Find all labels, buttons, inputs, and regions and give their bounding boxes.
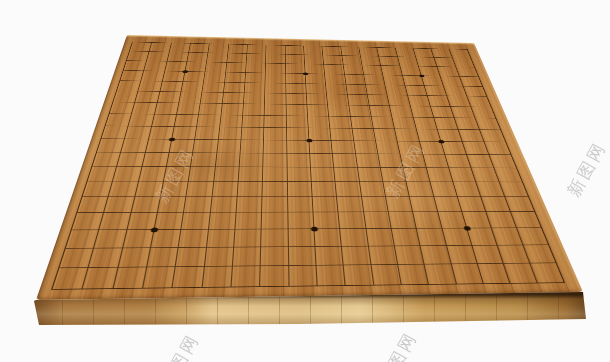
grid-cell [286, 105, 308, 117]
grid-cell [306, 84, 327, 95]
star-point [463, 226, 471, 231]
grid-cell [169, 139, 195, 152]
grid-cell [314, 213, 341, 230]
grid-cell [205, 248, 235, 267]
grid-cell [288, 197, 314, 213]
grid-cell [376, 141, 401, 154]
grid-cell [261, 247, 289, 266]
grid-cell [265, 83, 286, 94]
grid-cell [286, 94, 307, 105]
grid-cell [235, 213, 262, 230]
grid-cell [118, 248, 151, 267]
grid-cell [314, 229, 342, 247]
grid-cell [152, 115, 177, 127]
grid-cell [175, 115, 200, 127]
grid-cell [155, 103, 180, 115]
grid-cell [337, 197, 364, 213]
grid-cell [287, 140, 310, 153]
grid-cell [189, 44, 210, 53]
grid-cell [217, 140, 241, 153]
grid-cell [311, 167, 336, 181]
grid-cell [154, 213, 184, 230]
goban-grid [51, 42, 565, 290]
grid-cell [332, 141, 356, 154]
grid-cell [386, 197, 414, 213]
grid-cell [162, 71, 185, 81]
grid-cell [381, 168, 407, 182]
grid-cell [264, 128, 287, 141]
grid-cell [261, 266, 290, 286]
grid-cell [381, 66, 402, 76]
product-photo-scene: 新图网 新图网 新图网 新图网 新图网 [0, 0, 610, 362]
grid-cell [323, 55, 343, 65]
grid-cell [193, 140, 218, 153]
watermark-text: 新图网 [155, 329, 204, 362]
grid-cell [245, 83, 266, 94]
grid-cell [117, 152, 145, 166]
grid-cell [456, 67, 478, 77]
grid-cell [368, 95, 390, 106]
grid-cell [398, 265, 429, 285]
grid-cell [145, 139, 172, 152]
grid-cell [265, 93, 286, 104]
grid-cell [147, 52, 169, 62]
grid-cell [286, 73, 306, 83]
grid-cell [207, 53, 228, 63]
grid-cell [161, 181, 189, 196]
grid-cell [239, 167, 264, 182]
grid-cell [315, 247, 344, 266]
grid-cell [212, 181, 238, 196]
grid-cell [139, 167, 167, 182]
grid-cell [189, 167, 215, 182]
grid-cell [160, 81, 183, 92]
grid-cell [459, 76, 482, 86]
grid-cell [263, 167, 287, 181]
grid-cell [289, 247, 317, 266]
grid-cell [308, 116, 331, 128]
grid-cell [207, 230, 236, 248]
grid-cell [342, 56, 362, 66]
grid-cell [484, 142, 511, 155]
grid-cell [142, 153, 169, 167]
grid-cell [372, 117, 396, 129]
grid-cell [304, 55, 324, 65]
grid-cell [499, 182, 528, 197]
grid-cell [369, 246, 399, 265]
grid-cell [184, 197, 212, 213]
grid-cell [241, 128, 264, 141]
grid-cell [288, 182, 313, 197]
grid-cell [340, 229, 368, 247]
grid-cell [289, 266, 318, 286]
grid-cell [266, 45, 285, 54]
star-point [303, 72, 308, 75]
grid-cell [346, 84, 368, 95]
grid-cell [113, 166, 142, 181]
grid-cell [467, 96, 491, 107]
grid-cell [511, 212, 542, 228]
grid-cell [143, 267, 176, 288]
go-board [36, 35, 583, 300]
grid-cell [234, 230, 262, 248]
grid-cell [342, 247, 371, 266]
grid-cell [123, 230, 155, 248]
grid-cell [131, 197, 161, 213]
grid-cell [138, 81, 162, 92]
grid-cell [389, 212, 417, 229]
grid-cell [266, 63, 286, 73]
grid-cell [341, 47, 361, 56]
grid-cell [265, 116, 287, 128]
grid-cell [214, 167, 240, 182]
grid-cell [264, 140, 287, 153]
grid-cell [306, 74, 327, 84]
grid-cell [261, 229, 288, 247]
grid-cell [135, 181, 164, 196]
grid-cell [489, 155, 516, 168]
grid-cell [109, 181, 139, 197]
grid-cell [121, 139, 148, 152]
grid-cell [176, 248, 207, 267]
grid-cell [371, 265, 402, 285]
grid-cell [309, 128, 332, 141]
grid-cell [181, 82, 204, 93]
grid-cell [345, 74, 366, 84]
grid-cell [167, 52, 189, 62]
grid-cell [374, 129, 398, 142]
grid-cell [151, 230, 182, 248]
grid-cell [202, 82, 224, 93]
grid-cell [265, 104, 287, 116]
grid-cell [141, 71, 164, 82]
grid-cell [262, 197, 288, 213]
grid-cell [157, 92, 181, 103]
grid-cell [327, 94, 349, 105]
grid-cell [129, 114, 155, 126]
grid-cell [158, 197, 187, 213]
grid-cell [475, 118, 500, 130]
grid-cell [215, 153, 240, 167]
grid-cell [494, 168, 522, 182]
grid-cell [287, 167, 311, 181]
grid-cell [228, 44, 248, 53]
grid-cell [287, 153, 311, 167]
grid-cell [312, 182, 338, 197]
grid-cell [285, 54, 305, 64]
grid-cell [285, 46, 304, 55]
grid-cell [361, 56, 382, 66]
watermark-text: 新图网 [562, 137, 610, 201]
grid-cell [370, 106, 393, 118]
grid-cell [218, 127, 242, 140]
grid-cell [220, 115, 243, 127]
grid-cell [505, 197, 535, 212]
grid-cell [266, 73, 286, 83]
grid-cell [172, 127, 197, 140]
grid-cell [286, 83, 307, 94]
grid-cell [169, 43, 190, 52]
grid-cell [324, 64, 344, 74]
grid-cell [201, 93, 224, 104]
grid-cell [173, 267, 205, 288]
grid-cell [222, 93, 244, 104]
grid-cell [352, 129, 376, 142]
grid-cell [104, 197, 135, 213]
grid-cell [125, 126, 152, 139]
grid-cell [179, 230, 209, 248]
grid-cell [288, 229, 315, 247]
grid-cell [349, 106, 372, 118]
grid-cell [191, 153, 217, 167]
grid-cell [233, 247, 262, 266]
grid-cell [227, 53, 247, 63]
grid-cell [144, 61, 167, 71]
grid-cell [317, 265, 346, 285]
grid-cell [379, 56, 400, 66]
star-point [419, 74, 425, 77]
grid-cell [378, 154, 403, 168]
grid-cell [307, 105, 329, 117]
grid-cell [286, 116, 308, 128]
grid-cell [362, 197, 389, 213]
grid-cell [354, 141, 378, 154]
grid-cell [135, 92, 160, 103]
grid-cell [330, 128, 353, 141]
grid-cell [377, 48, 397, 57]
grid-cell [199, 104, 222, 116]
grid-cell [344, 265, 374, 285]
grid-cell [182, 213, 211, 230]
grid-cell [347, 95, 369, 106]
grid-cell [329, 117, 352, 129]
grid-cell [232, 266, 261, 286]
grid-cell [343, 65, 364, 75]
grid-cell [366, 229, 395, 247]
grid-cell [351, 117, 374, 129]
grid-cell [246, 63, 266, 73]
grid-cell [225, 72, 246, 82]
grid-cell [334, 167, 359, 181]
grid-cell [150, 43, 172, 52]
grid-cell [99, 213, 131, 230]
grid-cell [187, 52, 208, 62]
grid-cell [195, 127, 219, 140]
grid-cell [383, 182, 410, 197]
grid-cell [362, 65, 383, 75]
grid-cell [243, 104, 265, 116]
grid-cell [209, 213, 237, 230]
grid-cell [463, 86, 486, 97]
grid-cell [179, 92, 202, 103]
star-point [311, 227, 318, 232]
grid-cell [309, 141, 333, 154]
grid-cell [240, 153, 264, 167]
grid-cell [245, 73, 266, 83]
grid-cell [360, 182, 386, 197]
grid-cell [147, 248, 179, 267]
grid-cell [325, 74, 346, 84]
grid-cell [113, 267, 147, 288]
grid-cell [226, 63, 247, 73]
grid-cell [364, 212, 392, 229]
grid-cell [224, 82, 246, 93]
grid-cell [187, 181, 214, 196]
grid-cell [204, 72, 226, 82]
grid-cell [304, 46, 323, 55]
grid-cell [356, 154, 381, 168]
grid-cell [523, 245, 556, 263]
grid-cell [247, 45, 266, 54]
grid-cell [339, 212, 366, 229]
grid-cell [307, 94, 329, 105]
grid-cell [202, 267, 233, 287]
grid-cell [244, 93, 266, 104]
grid-cell [241, 140, 265, 153]
grid-cell [326, 84, 347, 95]
grid-cell [185, 62, 207, 72]
star-point [438, 140, 445, 143]
grid-cell [266, 54, 285, 64]
grid-cell [336, 182, 362, 197]
grid-cell [263, 182, 288, 197]
grid-cell [183, 72, 205, 82]
grid-cell [132, 103, 157, 115]
grid-cell [206, 62, 227, 72]
grid-cell [322, 46, 342, 55]
grid-cell [358, 167, 384, 181]
star-point [306, 139, 312, 142]
grid-cell [247, 54, 267, 64]
grid-cell [288, 213, 314, 230]
grid-cell [328, 105, 350, 117]
grid-cell [264, 153, 288, 167]
grid-cell [221, 104, 244, 116]
grid-cell [237, 197, 263, 213]
grid-cell [471, 107, 496, 118]
grid-cell [452, 58, 474, 67]
grid-cell [366, 85, 388, 96]
grid-cell [333, 154, 358, 168]
grid-cell [386, 85, 408, 96]
grid-cell [242, 116, 265, 128]
grid-cell [383, 75, 405, 85]
grid-cell [480, 130, 506, 142]
grid-cell [310, 154, 334, 168]
grid-cell [209, 44, 229, 53]
grid-cell [262, 213, 288, 230]
grid-cell [197, 115, 221, 127]
grid-cell [364, 75, 385, 85]
grid-cell [164, 167, 191, 182]
grid-cell [210, 197, 237, 213]
grid-cell [395, 246, 425, 265]
grid-cell [238, 181, 264, 196]
watermark-text: 新图网 [373, 327, 422, 362]
grid-cell [359, 47, 379, 56]
grid-cell [167, 153, 194, 167]
grid-cell [392, 229, 421, 247]
grid-cell [313, 197, 339, 213]
grid-cell [517, 228, 549, 245]
grid-cell [177, 103, 201, 115]
